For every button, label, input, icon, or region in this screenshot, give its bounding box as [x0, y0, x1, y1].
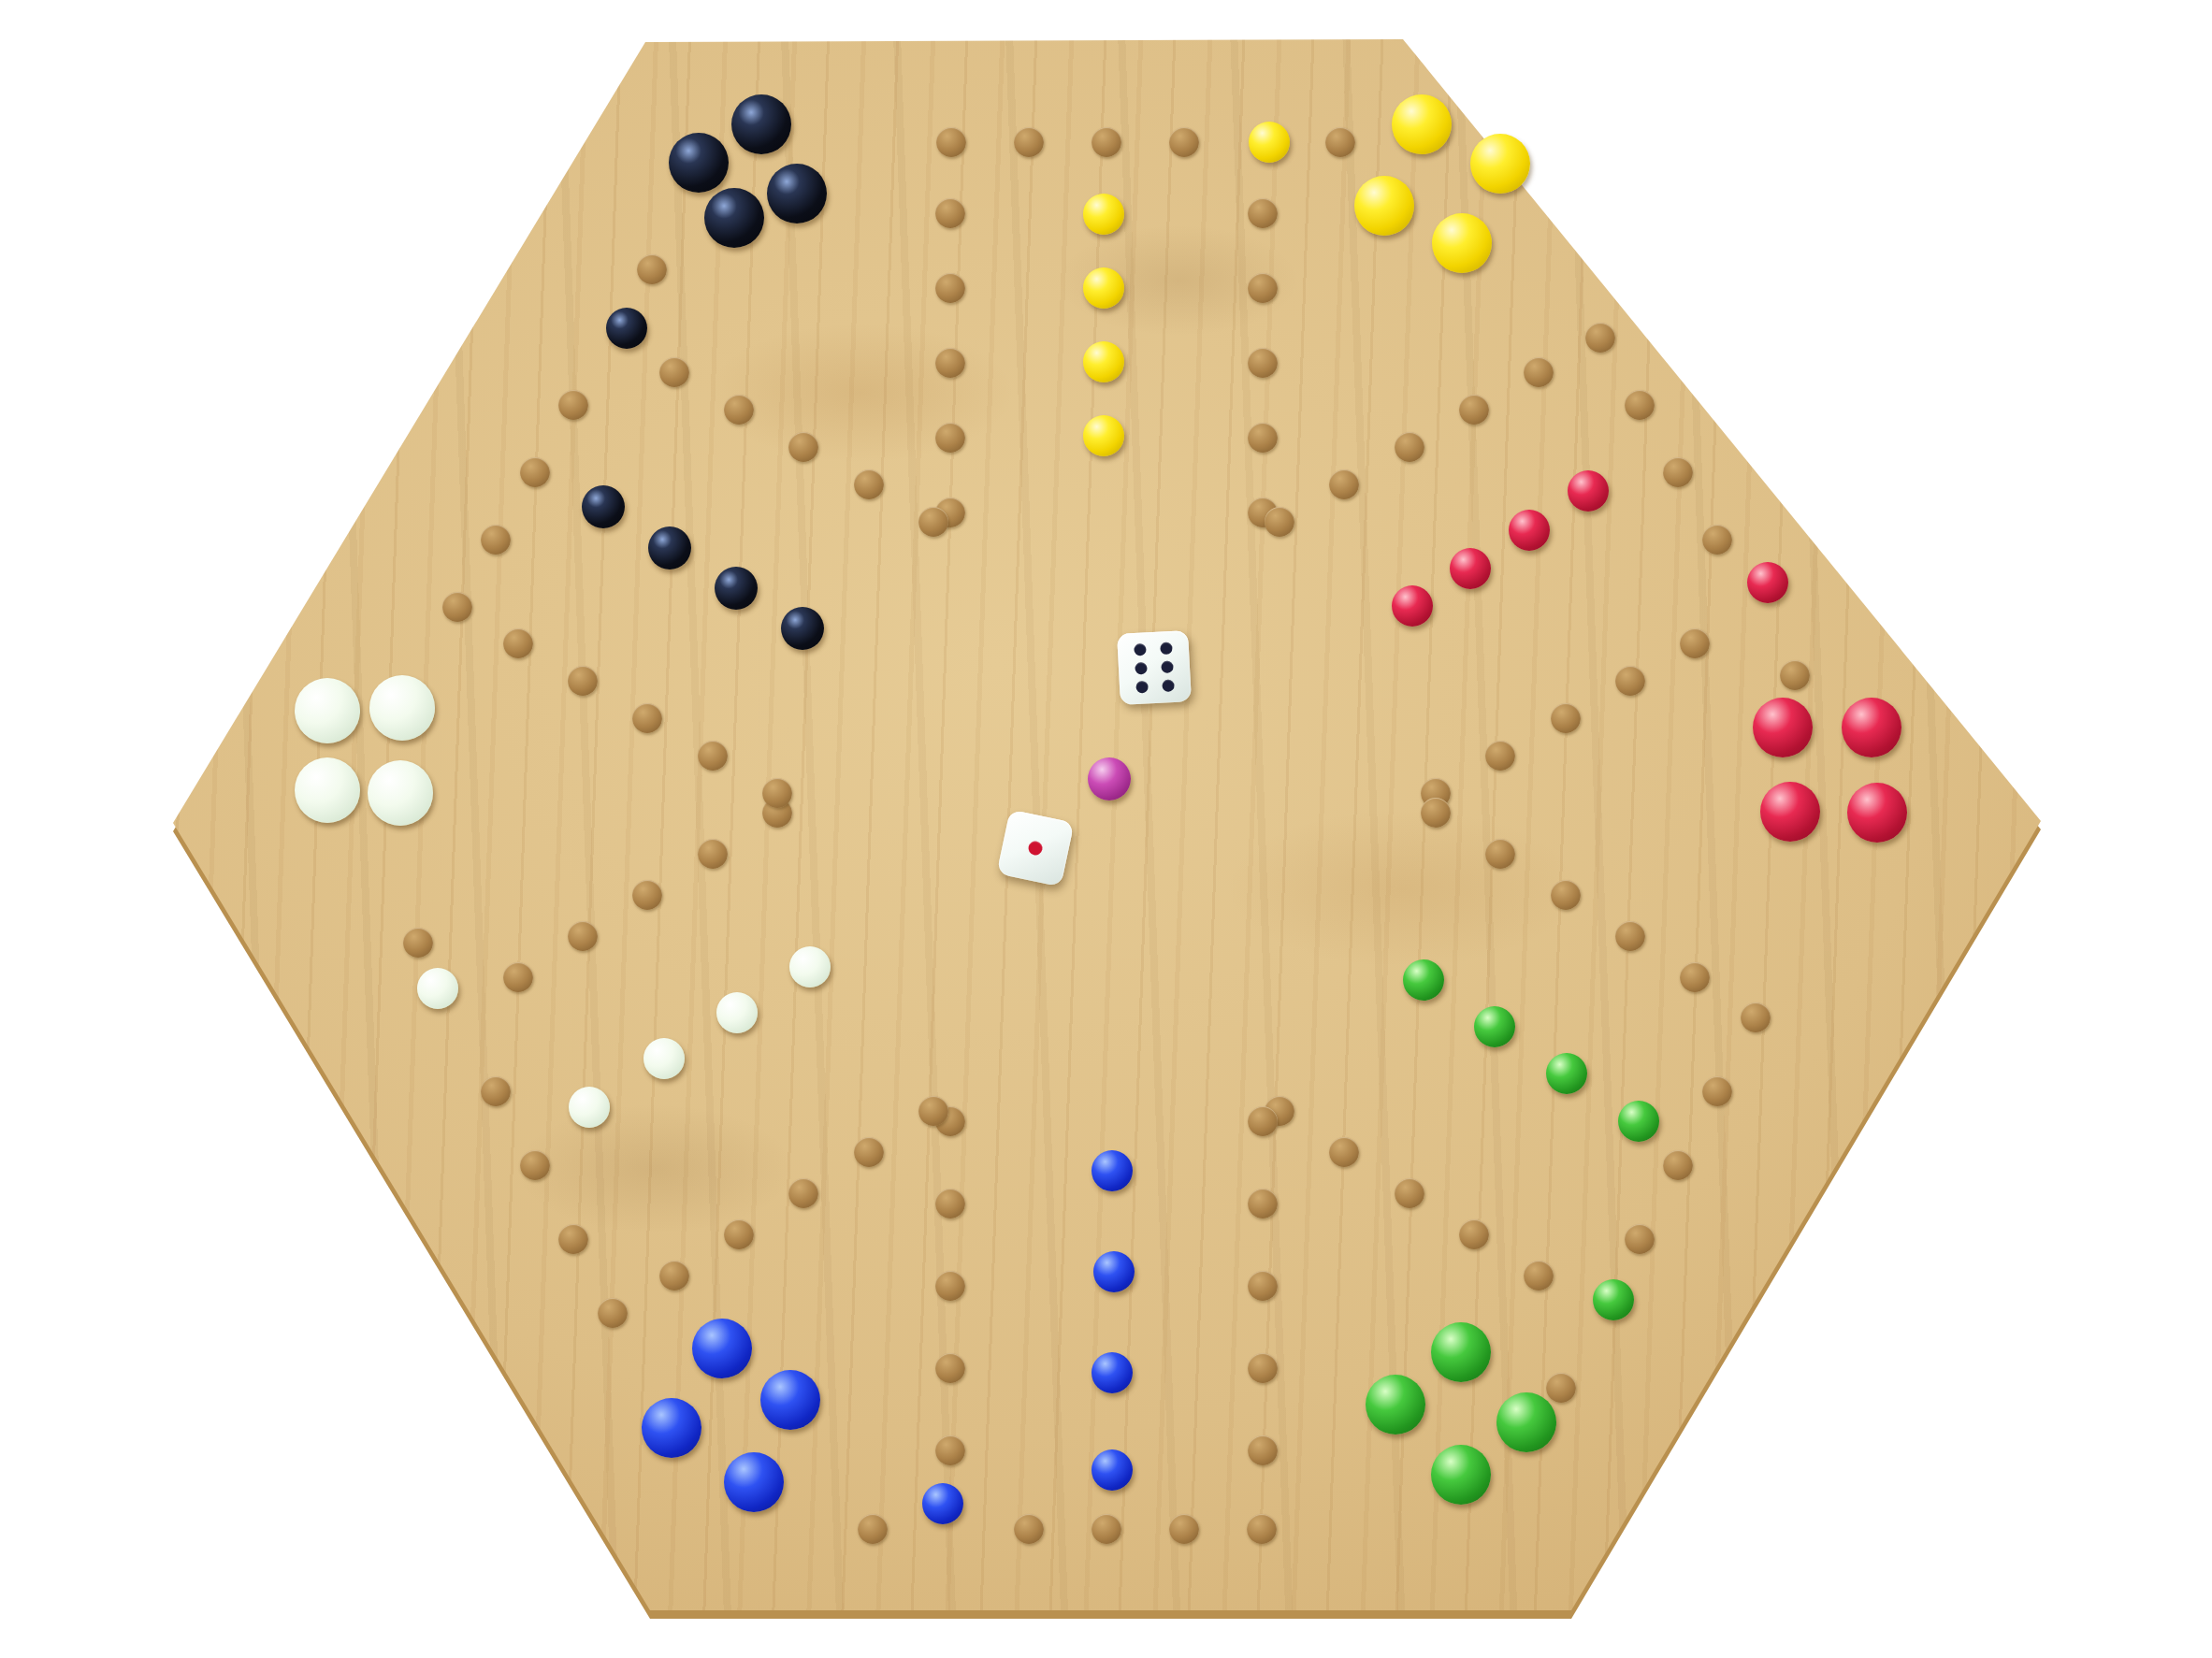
marble-green-base[interactable]	[1431, 1322, 1491, 1382]
hole[interactable]	[1248, 1271, 1278, 1301]
marble-yellow-home[interactable]	[1083, 415, 1124, 456]
hole[interactable]	[1485, 741, 1515, 771]
marble-white-base[interactable]	[295, 757, 360, 823]
hole[interactable]	[935, 273, 965, 303]
marble-black-base[interactable]	[731, 94, 791, 154]
marble-green-track[interactable]	[1593, 1279, 1634, 1320]
hole[interactable]	[1551, 703, 1581, 733]
marble-green-home[interactable]	[1618, 1101, 1659, 1142]
hole[interactable]	[1248, 1353, 1278, 1383]
die-pip	[1134, 643, 1147, 656]
marble-red-base[interactable]	[1753, 698, 1813, 757]
marble-green-home[interactable]	[1474, 1006, 1515, 1047]
marble-white-home[interactable]	[569, 1087, 610, 1128]
die-pip	[1135, 681, 1149, 694]
marble-red-home[interactable]	[1450, 548, 1491, 589]
hole[interactable]	[698, 839, 728, 869]
hole[interactable]	[854, 469, 884, 499]
marble-blue-base[interactable]	[760, 1370, 820, 1430]
hole[interactable]	[558, 390, 588, 420]
hole[interactable]	[698, 741, 728, 771]
hole[interactable]	[1248, 348, 1278, 378]
marble-black-base[interactable]	[704, 188, 764, 248]
hole[interactable]	[935, 348, 965, 378]
hole[interactable]	[481, 525, 511, 555]
hole[interactable]	[632, 703, 662, 733]
hole[interactable]	[1248, 423, 1278, 453]
hole[interactable]	[1092, 1514, 1121, 1544]
marble-blue-base[interactable]	[642, 1398, 701, 1458]
marble-yellow-home[interactable]	[1083, 341, 1124, 382]
hole[interactable]	[1248, 1435, 1278, 1465]
hole[interactable]	[724, 1219, 754, 1249]
hole[interactable]	[788, 1178, 818, 1208]
marble-red-home[interactable]	[1392, 585, 1433, 627]
hole[interactable]	[520, 1150, 550, 1180]
hole[interactable]	[1395, 1178, 1424, 1208]
hole[interactable]	[1248, 1106, 1278, 1136]
hole[interactable]	[1615, 666, 1645, 696]
marble-red-home[interactable]	[1509, 510, 1550, 551]
marble-yellow-base[interactable]	[1354, 176, 1414, 236]
marble-white-home[interactable]	[716, 992, 758, 1033]
marble-black-home[interactable]	[582, 485, 625, 528]
hole[interactable]	[1625, 390, 1655, 420]
wood-knot	[1225, 809, 1581, 968]
hole[interactable]	[1248, 1189, 1278, 1218]
marble-white-home[interactable]	[789, 946, 831, 988]
marble-blue-base[interactable]	[724, 1452, 784, 1512]
hole[interactable]	[1248, 273, 1278, 303]
hole[interactable]	[1680, 628, 1710, 658]
hole[interactable]	[1395, 432, 1424, 462]
marble-red-base[interactable]	[1847, 783, 1907, 843]
marble-yellow-track[interactable]	[1249, 122, 1290, 163]
hole[interactable]	[935, 1353, 965, 1383]
marble-black-home[interactable]	[781, 607, 824, 650]
die-showing-6[interactable]	[1117, 630, 1192, 705]
marble-red-track[interactable]	[1747, 562, 1788, 603]
marble-white-track[interactable]	[417, 968, 458, 1009]
die-showing-1[interactable]	[996, 809, 1074, 887]
marble-black-home[interactable]	[648, 526, 691, 569]
die-pip	[1135, 662, 1148, 675]
marble-yellow-home[interactable]	[1083, 267, 1124, 309]
marble-yellow-base[interactable]	[1470, 134, 1530, 194]
marble-blue-track[interactable]	[922, 1483, 963, 1524]
marble-red-home[interactable]	[1568, 470, 1609, 512]
hole[interactable]	[762, 778, 792, 808]
hole[interactable]	[403, 928, 433, 958]
hole[interactable]	[659, 1261, 689, 1290]
hole[interactable]	[935, 1435, 965, 1465]
hole[interactable]	[1092, 127, 1121, 157]
wood-knot	[514, 1103, 795, 1234]
hole[interactable]	[503, 628, 533, 658]
hole[interactable]	[1014, 127, 1044, 157]
hole[interactable]	[1702, 1076, 1732, 1106]
marble-black-base[interactable]	[669, 133, 729, 193]
hole[interactable]	[936, 127, 966, 157]
hole[interactable]	[442, 592, 472, 622]
marble-yellow-home[interactable]	[1083, 194, 1124, 235]
hole[interactable]	[637, 254, 667, 284]
marble-green-home[interactable]	[1546, 1053, 1587, 1094]
aggravation-board-photo	[0, 0, 2212, 1658]
die-pip	[1027, 840, 1044, 857]
hole[interactable]	[858, 1514, 888, 1544]
hole[interactable]	[1615, 921, 1645, 951]
marble-blue-home[interactable]	[1092, 1352, 1133, 1393]
hole[interactable]	[918, 1096, 948, 1126]
hole[interactable]	[1524, 1261, 1554, 1290]
marble-green-base[interactable]	[1496, 1392, 1556, 1452]
marble-red-base[interactable]	[1760, 782, 1820, 842]
hole[interactable]	[1780, 660, 1810, 690]
hole[interactable]	[935, 1271, 965, 1301]
hole[interactable]	[1014, 1514, 1044, 1544]
marble-green-base[interactable]	[1431, 1445, 1491, 1505]
die-pip	[1162, 660, 1175, 673]
hole[interactable]	[1325, 127, 1355, 157]
marble-blue-home[interactable]	[1092, 1150, 1133, 1191]
marble-white-home[interactable]	[643, 1038, 685, 1079]
hole[interactable]	[568, 666, 598, 696]
hole[interactable]	[1459, 1219, 1489, 1249]
marble-white-base[interactable]	[368, 760, 433, 826]
marble-blue-home[interactable]	[1093, 1251, 1135, 1292]
hole[interactable]	[520, 457, 550, 487]
hole[interactable]	[1459, 395, 1489, 425]
marble-blue-home[interactable]	[1092, 1449, 1133, 1491]
marble-red-base[interactable]	[1842, 698, 1901, 757]
hole[interactable]	[1329, 1137, 1359, 1167]
die-pip	[1161, 642, 1174, 656]
marble-black-base[interactable]	[767, 164, 827, 223]
marble-black-track[interactable]	[606, 308, 647, 349]
hole[interactable]	[935, 198, 965, 228]
hole[interactable]	[1551, 880, 1581, 910]
hole[interactable]	[1169, 127, 1199, 157]
hole[interactable]	[854, 1137, 884, 1167]
marble-yellow-base[interactable]	[1432, 213, 1492, 273]
marble-yellow-base[interactable]	[1392, 94, 1452, 154]
hole[interactable]	[1702, 525, 1732, 555]
marble-black-home[interactable]	[715, 567, 758, 610]
marble-green-base[interactable]	[1366, 1375, 1425, 1435]
hole[interactable]	[1247, 1514, 1277, 1544]
die-pip	[1163, 679, 1176, 692]
hole[interactable]	[1169, 1514, 1199, 1544]
hole[interactable]	[598, 1298, 628, 1328]
marble-white-base[interactable]	[295, 678, 360, 743]
marble-blue-base[interactable]	[692, 1319, 752, 1378]
marble-green-home[interactable]	[1403, 959, 1444, 1001]
hole[interactable]	[935, 423, 965, 453]
wood-knot	[706, 323, 1015, 463]
marble-white-base[interactable]	[369, 675, 435, 741]
hole[interactable]	[1248, 198, 1278, 228]
hole[interactable]	[935, 1189, 965, 1218]
marble-magenta-center[interactable]	[1088, 757, 1131, 800]
